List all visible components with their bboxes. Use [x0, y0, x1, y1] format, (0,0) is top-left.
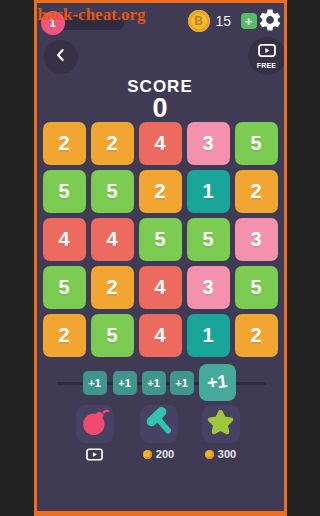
tile-r2c2[interactable]: 5	[91, 170, 134, 213]
tile-r3c3[interactable]: 5	[139, 218, 182, 261]
tile-r5c2[interactable]: 5	[91, 314, 134, 357]
hammer-cost: 200	[127, 447, 191, 461]
queue-next-label: +1	[206, 371, 229, 394]
star-cost: 300	[189, 447, 253, 461]
queue-next-tile[interactable]: +1	[199, 364, 236, 401]
tile-r3c5[interactable]: 3	[235, 218, 278, 261]
tile-r1c2[interactable]: 2	[91, 122, 134, 165]
back-chevron-icon	[51, 45, 71, 69]
tile-r3c4[interactable]: 5	[187, 218, 230, 261]
tile-r4c1[interactable]: 5	[43, 266, 86, 309]
tile-r2c5[interactable]: 2	[235, 170, 278, 213]
tile-grid: 2243555212445535243525412	[43, 122, 278, 357]
star-icon	[205, 407, 236, 442]
watermark-text: hack-cheat.org	[38, 5, 146, 25]
tile-r1c4[interactable]: 3	[187, 122, 230, 165]
coin-icon: B	[188, 10, 210, 32]
tile-r2c3[interactable]: 2	[139, 170, 182, 213]
tile-r5c5[interactable]: 2	[235, 314, 278, 357]
star-powerup-button[interactable]	[202, 405, 240, 443]
add-coins-button[interactable]: +	[241, 13, 257, 29]
queue-tile-3: +1	[142, 371, 166, 395]
coin-small-icon	[143, 450, 152, 459]
settings-gear-icon[interactable]	[257, 7, 283, 33]
tile-r5c4[interactable]: 1	[187, 314, 230, 357]
hammer-icon	[144, 407, 174, 441]
coin-count: 15	[216, 13, 232, 29]
tile-r3c1[interactable]: 4	[43, 218, 86, 261]
free-reward-video-button[interactable]: FREE	[248, 37, 286, 75]
bomb-icon	[80, 407, 110, 441]
tile-r2c4[interactable]: 1	[187, 170, 230, 213]
hammer-cost-value: 200	[156, 448, 174, 460]
score-value: 0	[34, 93, 287, 124]
queue-tile-1: +1	[83, 371, 107, 395]
bomb-cost-video-icon[interactable]	[86, 447, 104, 461]
bomb-powerup-button[interactable]	[76, 405, 114, 443]
tile-r1c1[interactable]: 2	[43, 122, 86, 165]
tile-r4c4[interactable]: 3	[187, 266, 230, 309]
free-label: FREE	[257, 62, 276, 69]
tile-r2c1[interactable]: 5	[43, 170, 86, 213]
tile-r4c2[interactable]: 2	[91, 266, 134, 309]
tile-r4c5[interactable]: 5	[235, 266, 278, 309]
tile-r1c5[interactable]: 5	[235, 122, 278, 165]
tile-r1c3[interactable]: 4	[139, 122, 182, 165]
tile-r5c1[interactable]: 2	[43, 314, 86, 357]
queue-tile-2: +1	[113, 371, 137, 395]
back-button[interactable]	[44, 40, 78, 74]
star-cost-value: 300	[218, 448, 236, 460]
tile-r4c3[interactable]: 4	[139, 266, 182, 309]
coin-small-icon	[205, 450, 214, 459]
hammer-powerup-button[interactable]	[140, 405, 178, 443]
queue-tile-4: +1	[170, 371, 194, 395]
video-ad-icon	[258, 43, 276, 61]
game-screen: 1 hack-cheat.org B 15 + FREE SCORE 0 224…	[34, 0, 287, 516]
tile-r3c2[interactable]: 4	[91, 218, 134, 261]
tile-r5c3[interactable]: 4	[139, 314, 182, 357]
